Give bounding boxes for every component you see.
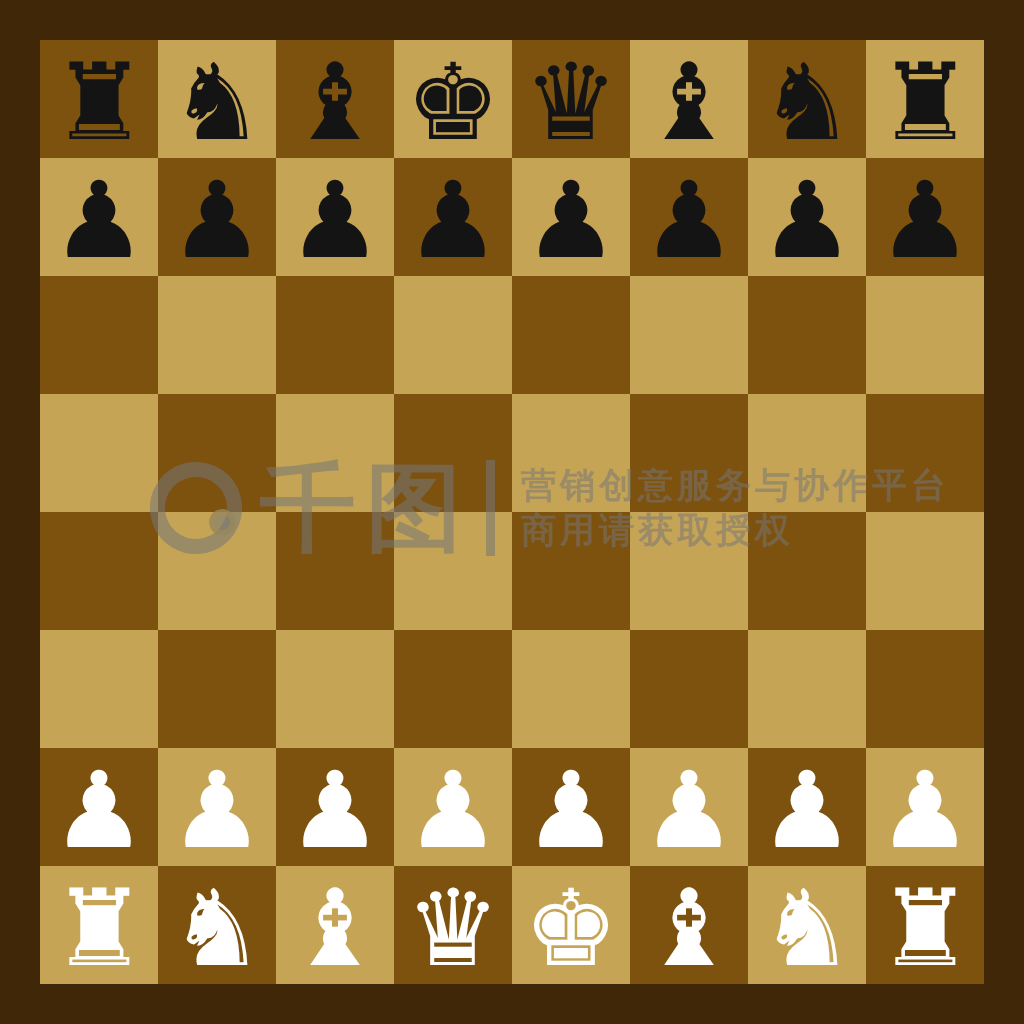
square-e3[interactable] — [512, 630, 630, 748]
piece-black-knight: ♞ — [759, 50, 854, 156]
square-a2[interactable]: ♟ — [40, 748, 158, 866]
square-e7[interactable]: ♟ — [512, 158, 630, 276]
square-a1[interactable]: ♜ — [40, 866, 158, 984]
square-d3[interactable] — [394, 630, 512, 748]
square-h4[interactable] — [866, 512, 984, 630]
square-f2[interactable]: ♟ — [630, 748, 748, 866]
square-c5[interactable] — [276, 394, 394, 512]
square-f4[interactable] — [630, 512, 748, 630]
piece-black-rook: ♜ — [51, 50, 146, 156]
square-e6[interactable] — [512, 276, 630, 394]
square-b7[interactable]: ♟ — [158, 158, 276, 276]
piece-black-bishop: ♝ — [641, 50, 736, 156]
square-f7[interactable]: ♟ — [630, 158, 748, 276]
square-d5[interactable] — [394, 394, 512, 512]
piece-white-bishop: ♝ — [287, 876, 382, 982]
piece-white-pawn: ♟ — [759, 758, 854, 864]
square-f5[interactable] — [630, 394, 748, 512]
square-g7[interactable]: ♟ — [748, 158, 866, 276]
square-g8[interactable]: ♞ — [748, 40, 866, 158]
square-g6[interactable] — [748, 276, 866, 394]
piece-white-pawn: ♟ — [287, 758, 382, 864]
square-g2[interactable]: ♟ — [748, 748, 866, 866]
square-d7[interactable]: ♟ — [394, 158, 512, 276]
square-c6[interactable] — [276, 276, 394, 394]
piece-white-king: ♚ — [523, 876, 618, 982]
chess-board: ♜♞♝♚♛♝♞♜♟♟♟♟♟♟♟♟♟♟♟♟♟♟♟♟♜♞♝♛♚♝♞♜ — [40, 40, 984, 984]
piece-white-pawn: ♟ — [523, 758, 618, 864]
piece-white-knight: ♞ — [169, 876, 264, 982]
square-h8[interactable]: ♜ — [866, 40, 984, 158]
piece-white-pawn: ♟ — [405, 758, 500, 864]
square-h5[interactable] — [866, 394, 984, 512]
square-d2[interactable]: ♟ — [394, 748, 512, 866]
piece-black-pawn: ♟ — [877, 168, 972, 274]
square-a7[interactable]: ♟ — [40, 158, 158, 276]
square-b5[interactable] — [158, 394, 276, 512]
piece-white-queen: ♛ — [405, 876, 500, 982]
square-g3[interactable] — [748, 630, 866, 748]
piece-black-pawn: ♟ — [51, 168, 146, 274]
piece-black-knight: ♞ — [169, 50, 264, 156]
square-e5[interactable] — [512, 394, 630, 512]
piece-black-pawn: ♟ — [287, 168, 382, 274]
piece-white-knight: ♞ — [759, 876, 854, 982]
square-g5[interactable] — [748, 394, 866, 512]
square-e1[interactable]: ♚ — [512, 866, 630, 984]
square-a4[interactable] — [40, 512, 158, 630]
square-b8[interactable]: ♞ — [158, 40, 276, 158]
square-a5[interactable] — [40, 394, 158, 512]
square-f6[interactable] — [630, 276, 748, 394]
square-c8[interactable]: ♝ — [276, 40, 394, 158]
square-b2[interactable]: ♟ — [158, 748, 276, 866]
square-e2[interactable]: ♟ — [512, 748, 630, 866]
piece-black-king: ♚ — [405, 50, 500, 156]
square-d1[interactable]: ♛ — [394, 866, 512, 984]
square-c2[interactable]: ♟ — [276, 748, 394, 866]
piece-black-rook: ♜ — [877, 50, 972, 156]
piece-black-pawn: ♟ — [523, 168, 618, 274]
square-a8[interactable]: ♜ — [40, 40, 158, 158]
square-c3[interactable] — [276, 630, 394, 748]
piece-black-pawn: ♟ — [169, 168, 264, 274]
piece-white-bishop: ♝ — [641, 876, 736, 982]
square-h1[interactable]: ♜ — [866, 866, 984, 984]
square-c1[interactable]: ♝ — [276, 866, 394, 984]
piece-black-pawn: ♟ — [759, 168, 854, 274]
square-d8[interactable]: ♚ — [394, 40, 512, 158]
square-h7[interactable]: ♟ — [866, 158, 984, 276]
square-c4[interactable] — [276, 512, 394, 630]
square-a3[interactable] — [40, 630, 158, 748]
square-b1[interactable]: ♞ — [158, 866, 276, 984]
piece-black-bishop: ♝ — [287, 50, 382, 156]
square-e8[interactable]: ♛ — [512, 40, 630, 158]
square-d6[interactable] — [394, 276, 512, 394]
piece-white-pawn: ♟ — [169, 758, 264, 864]
piece-black-pawn: ♟ — [405, 168, 500, 274]
piece-white-rook: ♜ — [877, 876, 972, 982]
square-a6[interactable] — [40, 276, 158, 394]
square-f8[interactable]: ♝ — [630, 40, 748, 158]
piece-white-pawn: ♟ — [877, 758, 972, 864]
piece-black-pawn: ♟ — [641, 168, 736, 274]
square-b3[interactable] — [158, 630, 276, 748]
square-h3[interactable] — [866, 630, 984, 748]
square-c7[interactable]: ♟ — [276, 158, 394, 276]
square-b4[interactable] — [158, 512, 276, 630]
chess-board-frame: ♜♞♝♚♛♝♞♜♟♟♟♟♟♟♟♟♟♟♟♟♟♟♟♟♜♞♝♛♚♝♞♜ 千图 营销创意… — [0, 0, 1024, 1024]
square-g1[interactable]: ♞ — [748, 866, 866, 984]
square-b6[interactable] — [158, 276, 276, 394]
piece-black-queen: ♛ — [523, 50, 618, 156]
piece-white-pawn: ♟ — [51, 758, 146, 864]
piece-white-rook: ♜ — [51, 876, 146, 982]
square-h6[interactable] — [866, 276, 984, 394]
square-f1[interactable]: ♝ — [630, 866, 748, 984]
square-h2[interactable]: ♟ — [866, 748, 984, 866]
square-g4[interactable] — [748, 512, 866, 630]
square-e4[interactable] — [512, 512, 630, 630]
square-d4[interactable] — [394, 512, 512, 630]
piece-white-pawn: ♟ — [641, 758, 736, 864]
square-f3[interactable] — [630, 630, 748, 748]
